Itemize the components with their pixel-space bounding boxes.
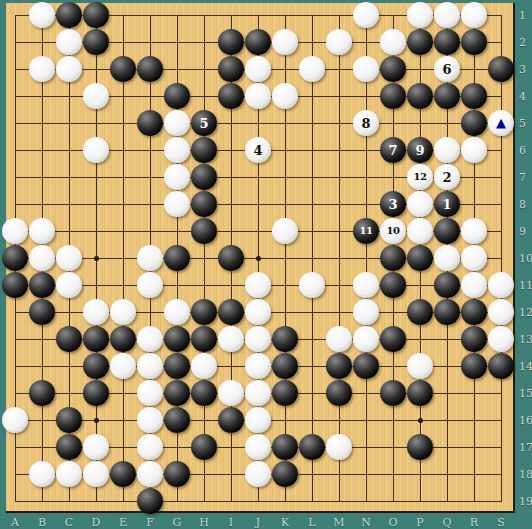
stone-white-C18	[56, 461, 82, 487]
stone-black-K13	[272, 326, 298, 352]
move-number-label: 2	[442, 171, 451, 184]
column-label-A: A	[7, 517, 23, 528]
stone-black-O15	[380, 380, 406, 406]
stone-black-F3	[137, 56, 163, 82]
stone-white-P7: 12	[407, 164, 433, 190]
stone-black-H15	[191, 380, 217, 406]
stone-white-R1	[461, 2, 487, 28]
stone-black-O11	[380, 272, 406, 298]
stone-black-E3	[110, 56, 136, 82]
go-board[interactable]: 658▲479122311110	[6, 3, 515, 513]
stone-black-I4	[218, 83, 244, 109]
stone-white-O2	[380, 29, 406, 55]
stone-white-C3	[56, 56, 82, 82]
column-label-L: L	[304, 517, 320, 528]
row-label-8: 8	[519, 199, 532, 210]
column-label-I: I	[223, 517, 239, 528]
column-label-O: O	[385, 517, 401, 528]
row-label-6: 6	[519, 145, 532, 156]
stone-white-Q10	[434, 245, 460, 271]
stone-white-J15	[245, 380, 271, 406]
stone-white-J18	[245, 461, 271, 487]
stone-white-K4	[272, 83, 298, 109]
stone-white-A9	[2, 218, 28, 244]
stone-white-S13	[488, 326, 514, 352]
stone-black-B15	[29, 380, 55, 406]
stone-white-N5: 8	[353, 110, 379, 136]
stone-white-D18	[83, 461, 109, 487]
stone-black-B12	[29, 299, 55, 325]
move-number-label: 11	[360, 226, 373, 236]
row-label-9: 9	[519, 226, 532, 237]
stone-black-H5: 5	[191, 110, 217, 136]
stone-white-Q6	[434, 137, 460, 163]
stone-white-N1	[353, 2, 379, 28]
row-label-18: 18	[519, 469, 532, 480]
stone-black-K17	[272, 434, 298, 460]
stone-white-I13	[218, 326, 244, 352]
move-number-label: 10	[387, 226, 400, 236]
stone-white-D17	[83, 434, 109, 460]
go-app-frame: 658▲479122311110 12345678910111213141516…	[0, 0, 532, 529]
stone-black-H6	[191, 137, 217, 163]
stone-black-A11	[2, 272, 28, 298]
stone-white-J6: 4	[245, 137, 271, 163]
stone-white-F16	[137, 407, 163, 433]
stone-black-I2	[218, 29, 244, 55]
row-label-7: 7	[519, 172, 532, 183]
stone-white-F13	[137, 326, 163, 352]
stone-white-J16	[245, 407, 271, 433]
move-number-label: 8	[361, 117, 370, 130]
stone-white-Q7: 2	[434, 164, 460, 190]
stone-white-O9: 10	[380, 218, 406, 244]
stone-white-J3	[245, 56, 271, 82]
stone-white-E14	[110, 353, 136, 379]
stone-black-Q2	[434, 29, 460, 55]
stone-white-N11	[353, 272, 379, 298]
stone-white-F14	[137, 353, 163, 379]
star-point-D10	[94, 256, 99, 261]
column-label-G: G	[169, 517, 185, 528]
move-number-label: 7	[388, 144, 397, 157]
stone-black-D2	[83, 29, 109, 55]
stone-white-S5: ▲	[488, 110, 514, 136]
stone-white-J11	[245, 272, 271, 298]
stone-black-M14	[326, 353, 352, 379]
stone-black-F5	[137, 110, 163, 136]
stone-black-P6: 9	[407, 137, 433, 163]
stone-white-Q1	[434, 2, 460, 28]
star-point-J10	[256, 256, 261, 261]
stone-black-G18	[164, 461, 190, 487]
stone-white-D4	[83, 83, 109, 109]
move-number-label: 3	[388, 198, 397, 211]
stone-white-J12	[245, 299, 271, 325]
stone-black-G15	[164, 380, 190, 406]
stone-white-Q3: 6	[434, 56, 460, 82]
stone-black-Q11	[434, 272, 460, 298]
stone-white-G6	[164, 137, 190, 163]
stone-black-K14	[272, 353, 298, 379]
column-label-F: F	[142, 517, 158, 528]
stone-black-R14	[461, 353, 487, 379]
stone-white-G12	[164, 299, 190, 325]
row-label-2: 2	[519, 37, 532, 48]
stone-black-P15	[407, 380, 433, 406]
move-number-label: 5	[199, 117, 208, 130]
stone-black-I10	[218, 245, 244, 271]
stone-white-M17	[326, 434, 352, 460]
row-label-5: 5	[519, 118, 532, 129]
stone-black-D15	[83, 380, 109, 406]
stone-black-C13	[56, 326, 82, 352]
column-label-K: K	[277, 517, 293, 528]
grid-line-vertical	[339, 15, 340, 502]
stone-black-G13	[164, 326, 190, 352]
stone-black-R4	[461, 83, 487, 109]
stone-black-S3	[488, 56, 514, 82]
row-label-3: 3	[519, 64, 532, 75]
row-label-19: 19	[519, 496, 532, 507]
stone-white-G7	[164, 164, 190, 190]
column-coordinate-strip: ABCDEFGHIJKLMNOPQRS	[0, 513, 532, 529]
stone-black-E13	[110, 326, 136, 352]
move-number-label: 1	[442, 198, 451, 211]
column-label-P: P	[412, 517, 428, 528]
stone-black-H17	[191, 434, 217, 460]
grid-line-horizontal	[15, 501, 502, 502]
star-point-P16	[418, 418, 423, 423]
stone-black-L17	[299, 434, 325, 460]
stone-black-M15	[326, 380, 352, 406]
stone-white-B10	[29, 245, 55, 271]
column-label-D: D	[88, 517, 104, 528]
column-label-E: E	[115, 517, 131, 528]
stone-white-J4	[245, 83, 271, 109]
stone-white-A16	[2, 407, 28, 433]
stone-black-D13	[83, 326, 109, 352]
stone-black-K18	[272, 461, 298, 487]
row-label-17: 17	[519, 442, 532, 453]
stone-black-H12	[191, 299, 217, 325]
stone-black-H13	[191, 326, 217, 352]
row-label-14: 14	[519, 361, 532, 372]
stone-black-R5	[461, 110, 487, 136]
column-label-J: J	[250, 517, 266, 528]
stone-white-R11	[461, 272, 487, 298]
stone-black-J2	[245, 29, 271, 55]
row-label-15: 15	[519, 388, 532, 399]
stone-black-O6: 7	[380, 137, 406, 163]
stone-black-P10	[407, 245, 433, 271]
move-number-label: 4	[253, 144, 262, 157]
stone-white-R9	[461, 218, 487, 244]
stone-black-P4	[407, 83, 433, 109]
column-label-N: N	[358, 517, 374, 528]
stone-white-G8	[164, 191, 190, 217]
stone-white-K9	[272, 218, 298, 244]
stone-white-G5	[164, 110, 190, 136]
triangle-mark-icon: ▲	[496, 116, 506, 129]
stone-white-I15	[218, 380, 244, 406]
column-label-H: H	[196, 517, 212, 528]
row-label-16: 16	[519, 415, 532, 426]
stone-black-S14	[488, 353, 514, 379]
stone-white-C11	[56, 272, 82, 298]
stone-white-F10	[137, 245, 163, 271]
stone-black-A10	[2, 245, 28, 271]
stone-black-F19	[137, 488, 163, 514]
stone-white-D6	[83, 137, 109, 163]
stone-white-M2	[326, 29, 352, 55]
stone-black-Q4	[434, 83, 460, 109]
stone-black-B11	[29, 272, 55, 298]
stone-white-B9	[29, 218, 55, 244]
stone-black-I3	[218, 56, 244, 82]
row-coordinate-strip: 12345678910111213141516171819	[515, 0, 532, 529]
row-label-1: 1	[519, 10, 532, 21]
stone-white-J17	[245, 434, 271, 460]
stone-white-N3	[353, 56, 379, 82]
stone-black-G16	[164, 407, 190, 433]
star-point-D16	[94, 418, 99, 423]
stone-black-C16	[56, 407, 82, 433]
grid-line-vertical	[366, 15, 367, 502]
stone-black-D14	[83, 353, 109, 379]
stone-white-C2	[56, 29, 82, 55]
stone-white-J14	[245, 353, 271, 379]
row-label-10: 10	[519, 253, 532, 264]
grid-line-vertical	[501, 15, 502, 502]
stone-white-P1	[407, 2, 433, 28]
stone-white-N13	[353, 326, 379, 352]
move-number-label: 9	[415, 144, 424, 157]
stone-white-L3	[299, 56, 325, 82]
move-number-label: 12	[414, 172, 427, 182]
stone-white-F11	[137, 272, 163, 298]
stone-white-R6	[461, 137, 487, 163]
stone-black-O10	[380, 245, 406, 271]
stone-black-O3	[380, 56, 406, 82]
stone-black-N9: 11	[353, 218, 379, 244]
stone-white-F17	[137, 434, 163, 460]
stone-black-N14	[353, 353, 379, 379]
column-label-R: R	[466, 517, 482, 528]
stone-white-R10	[461, 245, 487, 271]
stone-black-C17	[56, 434, 82, 460]
stone-white-B18	[29, 461, 55, 487]
stone-white-L11	[299, 272, 325, 298]
stone-white-H14	[191, 353, 217, 379]
stone-black-Q9	[434, 218, 460, 244]
stone-black-O8: 3	[380, 191, 406, 217]
stone-black-P12	[407, 299, 433, 325]
stone-white-K2	[272, 29, 298, 55]
column-label-B: B	[34, 517, 50, 528]
stone-black-G14	[164, 353, 190, 379]
stone-white-B3	[29, 56, 55, 82]
stone-black-R12	[461, 299, 487, 325]
stone-white-M13	[326, 326, 352, 352]
stone-black-H9	[191, 218, 217, 244]
column-label-S: S	[493, 517, 509, 528]
stone-white-D12	[83, 299, 109, 325]
stone-black-E18	[110, 461, 136, 487]
stone-black-O13	[380, 326, 406, 352]
stone-black-O4	[380, 83, 406, 109]
move-number-label: 6	[442, 63, 451, 76]
stone-white-J13	[245, 326, 271, 352]
stone-white-F15	[137, 380, 163, 406]
stone-white-P9	[407, 218, 433, 244]
row-label-11: 11	[519, 280, 532, 291]
grid-line-vertical	[312, 15, 313, 502]
column-label-Q: Q	[439, 517, 455, 528]
stone-black-D1	[83, 2, 109, 28]
stone-white-S12	[488, 299, 514, 325]
stone-black-P17	[407, 434, 433, 460]
stone-white-C10	[56, 245, 82, 271]
stone-black-I16	[218, 407, 244, 433]
stone-white-F18	[137, 461, 163, 487]
stone-white-E12	[110, 299, 136, 325]
column-label-M: M	[331, 517, 347, 528]
stone-black-H7	[191, 164, 217, 190]
stone-black-H8	[191, 191, 217, 217]
row-label-4: 4	[519, 91, 532, 102]
stone-black-K15	[272, 380, 298, 406]
stone-black-Q12	[434, 299, 460, 325]
row-label-13: 13	[519, 334, 532, 345]
stone-black-I12	[218, 299, 244, 325]
stone-white-S11	[488, 272, 514, 298]
stone-black-P2	[407, 29, 433, 55]
stone-white-N12	[353, 299, 379, 325]
stone-black-C1	[56, 2, 82, 28]
stone-black-G10	[164, 245, 190, 271]
stone-black-R13	[461, 326, 487, 352]
stone-black-G4	[164, 83, 190, 109]
stone-black-R2	[461, 29, 487, 55]
stone-white-P14	[407, 353, 433, 379]
column-label-C: C	[61, 517, 77, 528]
stone-black-Q8: 1	[434, 191, 460, 217]
row-label-12: 12	[519, 307, 532, 318]
stone-white-P8	[407, 191, 433, 217]
stone-white-B1	[29, 2, 55, 28]
